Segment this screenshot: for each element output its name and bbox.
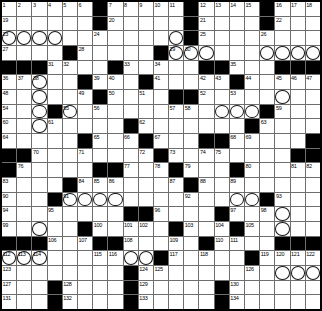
cell-r10c7[interactable]: 65 — [93, 134, 107, 148]
cell-r14c20[interactable] — [291, 193, 305, 207]
cell-r13c21[interactable] — [306, 178, 320, 192]
cell-r4c10[interactable] — [139, 46, 153, 60]
cell-r4c13[interactable]: 30 — [184, 46, 198, 60]
cell-r12c19[interactable] — [275, 163, 289, 177]
cell-r19c1[interactable]: 123 — [2, 266, 16, 280]
cell-r19c18[interactable] — [260, 266, 274, 280]
cell-r13c8[interactable]: 86 — [108, 178, 122, 192]
cell-r13c14[interactable]: 88 — [199, 178, 213, 192]
cell-r18c6[interactable] — [78, 251, 92, 265]
cell-r3c3[interactable] — [32, 31, 46, 45]
cell-r2c10[interactable] — [139, 17, 153, 31]
cell-r3c15[interactable] — [215, 31, 229, 45]
cell-r9c16[interactable] — [230, 119, 244, 133]
cell-r14c13[interactable]: 92 — [184, 193, 198, 207]
cell-r14c6[interactable] — [78, 193, 92, 207]
cell-r16c19[interactable] — [275, 222, 289, 236]
cell-r18c3[interactable]: 114 — [32, 251, 46, 265]
cell-r16c14[interactable] — [199, 222, 213, 236]
cell-r20c3[interactable] — [32, 281, 46, 295]
cell-r5c10[interactable] — [139, 61, 153, 75]
cell-r4c7[interactable] — [93, 46, 107, 60]
cell-r4c20[interactable] — [291, 46, 305, 60]
cell-r20c7[interactable] — [93, 281, 107, 295]
cell-r16c4[interactable] — [48, 222, 62, 236]
cell-r12c5[interactable] — [63, 163, 77, 177]
cell-r16c11[interactable] — [154, 222, 168, 236]
cell-r16c15[interactable]: 104 — [215, 222, 229, 236]
cell-r7c14[interactable]: 52 — [199, 90, 213, 104]
cell-r17c13[interactable] — [184, 237, 198, 251]
cell-r10c8[interactable] — [108, 134, 122, 148]
cell-r10c11[interactable]: 67 — [154, 134, 168, 148]
cell-r20c19[interactable] — [275, 281, 289, 295]
cell-r2c5[interactable] — [63, 17, 77, 31]
cell-r18c12[interactable]: 117 — [169, 251, 183, 265]
cell-r1c19[interactable]: 16 — [275, 2, 289, 16]
cell-r11c18[interactable] — [260, 149, 274, 163]
cell-r9c13[interactable] — [184, 119, 198, 133]
cell-r9c12[interactable] — [169, 119, 183, 133]
cell-r1c20[interactable]: 17 — [291, 2, 305, 16]
cell-r4c15[interactable] — [215, 46, 229, 60]
cell-r19c10[interactable]: 124 — [139, 266, 153, 280]
cell-r6c5[interactable] — [63, 75, 77, 89]
cell-r8c1[interactable]: 54 — [2, 105, 16, 119]
cell-r18c13[interactable] — [184, 251, 198, 265]
cell-r6c11[interactable]: 41 — [154, 75, 168, 89]
cell-r12c9[interactable]: 77 — [124, 163, 138, 177]
cell-r21c7[interactable] — [93, 295, 107, 309]
cell-r4c21[interactable] — [306, 46, 320, 60]
cell-r8c19[interactable]: 59 — [275, 105, 289, 119]
cell-r12c11[interactable]: 78 — [154, 163, 168, 177]
cell-r12c14[interactable] — [199, 163, 213, 177]
cell-r19c3[interactable] — [32, 266, 46, 280]
cell-r20c6[interactable] — [78, 281, 92, 295]
cell-r8c14[interactable] — [199, 105, 213, 119]
cell-r1c5[interactable]: 5 — [63, 2, 77, 16]
cell-r5c12[interactable] — [169, 61, 183, 75]
cell-r14c10[interactable] — [139, 193, 153, 207]
cell-r15c16[interactable]: 97 — [230, 207, 244, 221]
cell-r16c7[interactable]: 100 — [93, 222, 107, 236]
cell-r19c14[interactable] — [199, 266, 213, 280]
cell-r21c1[interactable]: 131 — [2, 295, 16, 309]
cell-r15c12[interactable] — [169, 207, 183, 221]
cell-r13c18[interactable] — [260, 178, 274, 192]
cell-r16c2[interactable] — [17, 222, 31, 236]
cell-r9c2[interactable] — [17, 119, 31, 133]
cell-r1c6[interactable]: 6 — [78, 2, 92, 16]
cell-r12c10[interactable] — [139, 163, 153, 177]
cell-r2c6[interactable] — [78, 17, 92, 31]
cell-r2c11[interactable] — [154, 17, 168, 31]
cell-r3c6[interactable] — [78, 31, 92, 45]
cell-r5c16[interactable]: 35 — [230, 61, 244, 75]
cell-r2c3[interactable] — [32, 17, 46, 31]
cell-r3c5[interactable] — [63, 31, 77, 45]
cell-r21c20[interactable] — [291, 295, 305, 309]
cell-r4c19[interactable] — [275, 46, 289, 60]
cell-r16c21[interactable] — [306, 222, 320, 236]
cell-r21c14[interactable] — [199, 295, 213, 309]
cell-r13c12[interactable]: 87 — [169, 178, 183, 192]
cell-r17c17[interactable] — [245, 237, 259, 251]
cell-r11c14[interactable]: 74 — [199, 149, 213, 163]
cell-r1c4[interactable]: 4 — [48, 2, 62, 16]
cell-r3c18[interactable]: 26 — [260, 31, 274, 45]
cell-r7c15[interactable] — [215, 90, 229, 104]
cell-r15c2[interactable] — [17, 207, 31, 221]
cell-r5c9[interactable]: 33 — [124, 61, 138, 75]
cell-r10c5[interactable] — [63, 134, 77, 148]
cell-r21c11[interactable] — [154, 295, 168, 309]
cell-r4c6[interactable]: 28 — [78, 46, 92, 60]
cell-r8c21[interactable] — [306, 105, 320, 119]
cell-r2c20[interactable] — [291, 17, 305, 31]
cell-r20c17[interactable] — [245, 281, 259, 295]
cell-r10c2[interactable] — [17, 134, 31, 148]
cell-r3c10[interactable] — [139, 31, 153, 45]
cell-r17c5[interactable] — [63, 237, 77, 251]
cell-r13c20[interactable] — [291, 178, 305, 192]
cell-r9c19[interactable] — [275, 119, 289, 133]
cell-r5c6[interactable] — [78, 61, 92, 75]
cell-r1c3[interactable]: 3 — [32, 2, 46, 16]
cell-r19c20[interactable] — [291, 266, 305, 280]
cell-r1c11[interactable]: 10 — [154, 2, 168, 16]
cell-r17c9[interactable]: 108 — [124, 237, 138, 251]
cell-r1c2[interactable]: 2 — [17, 2, 31, 16]
cell-r7c20[interactable] — [291, 90, 305, 104]
cell-r4c16[interactable] — [230, 46, 244, 60]
cell-r6c8[interactable]: 40 — [108, 75, 122, 89]
cell-r9c5[interactable] — [63, 119, 77, 133]
cell-r1c21[interactable]: 18 — [306, 2, 320, 16]
cell-r2c2[interactable] — [17, 17, 31, 31]
cell-r16c13[interactable]: 103 — [184, 222, 198, 236]
cell-r3c7[interactable]: 24 — [93, 31, 107, 45]
cell-r14c11[interactable] — [154, 193, 168, 207]
cell-r11c4[interactable] — [48, 149, 62, 163]
cell-r6c20[interactable]: 46 — [291, 75, 305, 89]
cell-r6c7[interactable]: 39 — [93, 75, 107, 89]
cell-r13c7[interactable]: 85 — [93, 178, 107, 192]
cell-r15c11[interactable]: 96 — [154, 207, 168, 221]
cell-r19c21[interactable] — [306, 266, 320, 280]
cell-r21c3[interactable] — [32, 295, 46, 309]
cell-r21c17[interactable] — [245, 295, 259, 309]
cell-r1c12[interactable]: 11 — [169, 2, 183, 16]
cell-r1c10[interactable]: 9 — [139, 2, 153, 16]
cell-r21c18[interactable] — [260, 295, 274, 309]
cell-r19c16[interactable] — [230, 266, 244, 280]
cell-r20c16[interactable]: 130 — [230, 281, 244, 295]
cell-r14c17[interactable] — [245, 193, 259, 207]
cell-r17c6[interactable]: 107 — [78, 237, 92, 251]
cell-r2c16[interactable] — [230, 17, 244, 31]
cell-r8c15[interactable] — [215, 105, 229, 119]
cell-r12c21[interactable]: 82 — [306, 163, 320, 177]
cell-r13c6[interactable]: 84 — [78, 178, 92, 192]
cell-r9c20[interactable] — [291, 119, 305, 133]
cell-r16c9[interactable]: 101 — [124, 222, 138, 236]
cell-r16c10[interactable]: 102 — [139, 222, 153, 236]
cell-r12c20[interactable]: 81 — [291, 163, 305, 177]
cell-r11c13[interactable] — [184, 149, 198, 163]
cell-r4c3[interactable] — [32, 46, 46, 60]
cell-r20c2[interactable] — [17, 281, 31, 295]
cell-r13c10[interactable] — [139, 178, 153, 192]
cell-r15c3[interactable] — [32, 207, 46, 221]
cell-r18c10[interactable] — [139, 251, 153, 265]
cell-r6c15[interactable]: 43 — [215, 75, 229, 89]
cell-r20c12[interactable] — [169, 281, 183, 295]
cell-r8c2[interactable] — [17, 105, 31, 119]
cell-r6c1[interactable]: 36 — [2, 75, 16, 89]
cell-r11c8[interactable] — [108, 149, 122, 163]
cell-r21c13[interactable] — [184, 295, 198, 309]
cell-r8c3[interactable] — [32, 105, 46, 119]
cell-r15c19[interactable] — [275, 207, 289, 221]
cell-r15c17[interactable] — [245, 207, 259, 221]
cell-r18c21[interactable]: 122 — [306, 251, 320, 265]
cell-r10c3[interactable] — [32, 134, 46, 148]
cell-r3c16[interactable] — [230, 31, 244, 45]
cell-r9c4[interactable]: 61 — [48, 119, 62, 133]
cell-r18c1[interactable]: 112 — [2, 251, 16, 265]
cell-r2c17[interactable] — [245, 17, 259, 31]
cell-r9c21[interactable] — [306, 119, 320, 133]
cell-r10c16[interactable]: 68 — [230, 134, 244, 148]
cell-r10c18[interactable] — [260, 134, 274, 148]
cell-r11c12[interactable]: 73 — [169, 149, 183, 163]
cell-r11c16[interactable] — [230, 149, 244, 163]
cell-r4c4[interactable] — [48, 46, 62, 60]
cell-r7c8[interactable]: 50 — [108, 90, 122, 104]
cell-r8c9[interactable] — [124, 105, 138, 119]
cell-r2c19[interactable]: 22 — [275, 17, 289, 31]
cell-r19c6[interactable] — [78, 266, 92, 280]
cell-r1c1[interactable]: 1 — [2, 2, 16, 16]
cell-r3c21[interactable] — [306, 31, 320, 45]
cell-r13c11[interactable] — [154, 178, 168, 192]
cell-r8c8[interactable] — [108, 105, 122, 119]
cell-r10c19[interactable] — [275, 134, 289, 148]
cell-r10c17[interactable]: 69 — [245, 134, 259, 148]
cell-r17c4[interactable]: 106 — [48, 237, 62, 251]
cell-r19c13[interactable] — [184, 266, 198, 280]
cell-r9c18[interactable]: 63 — [260, 119, 274, 133]
cell-r7c5[interactable] — [63, 90, 77, 104]
cell-r4c12[interactable]: 29 — [169, 46, 183, 60]
cell-r9c1[interactable]: 60 — [2, 119, 16, 133]
cell-r12c6[interactable] — [78, 163, 92, 177]
cell-r4c8[interactable] — [108, 46, 122, 60]
cell-r18c20[interactable]: 121 — [291, 251, 305, 265]
cell-r4c18[interactable] — [260, 46, 274, 60]
cell-r14c3[interactable] — [32, 193, 46, 207]
cell-r21c21[interactable] — [306, 295, 320, 309]
cell-r8c11[interactable] — [154, 105, 168, 119]
cell-r2c21[interactable] — [306, 17, 320, 31]
cell-r17c18[interactable] — [260, 237, 274, 251]
cell-r7c4[interactable] — [48, 90, 62, 104]
cell-r12c3[interactable] — [32, 163, 46, 177]
cell-r3c20[interactable] — [291, 31, 305, 45]
cell-r9c11[interactable] — [154, 119, 168, 133]
cell-r11c5[interactable] — [63, 149, 77, 163]
cell-r10c1[interactable]: 64 — [2, 134, 16, 148]
cell-r3c4[interactable] — [48, 31, 62, 45]
cell-r15c5[interactable] — [63, 207, 77, 221]
cell-r17c12[interactable]: 109 — [169, 237, 183, 251]
cell-r8c16[interactable] — [230, 105, 244, 119]
cell-r14c5[interactable]: 91 — [63, 193, 77, 207]
cell-r7c10[interactable]: 51 — [139, 90, 153, 104]
cell-r14c9[interactable] — [124, 193, 138, 207]
cell-r7c6[interactable]: 49 — [78, 90, 92, 104]
cell-r19c8[interactable] — [108, 266, 122, 280]
cell-r6c2[interactable]: 37 — [17, 75, 31, 89]
cell-r6c9[interactable] — [124, 75, 138, 89]
cell-r3c17[interactable] — [245, 31, 259, 45]
cell-r20c5[interactable]: 128 — [63, 281, 77, 295]
cell-r19c11[interactable]: 125 — [154, 266, 168, 280]
cell-r21c5[interactable]: 132 — [63, 295, 77, 309]
cell-r21c10[interactable]: 133 — [139, 295, 153, 309]
cell-r14c2[interactable] — [17, 193, 31, 207]
cell-r7c1[interactable]: 48 — [2, 90, 16, 104]
cell-r14c15[interactable] — [215, 193, 229, 207]
cell-r16c5[interactable] — [63, 222, 77, 236]
cell-r1c17[interactable]: 15 — [245, 2, 259, 16]
cell-r2c4[interactable] — [48, 17, 62, 31]
cell-r19c12[interactable] — [169, 266, 183, 280]
cell-r5c5[interactable]: 32 — [63, 61, 77, 75]
cell-r8c5[interactable]: 55 — [63, 105, 77, 119]
cell-r5c17[interactable] — [245, 61, 259, 75]
cell-r17c11[interactable] — [154, 237, 168, 251]
cell-r18c14[interactable]: 118 — [199, 251, 213, 265]
cell-r11c19[interactable] — [275, 149, 289, 163]
cell-r6c12[interactable] — [169, 75, 183, 89]
cell-r15c14[interactable] — [199, 207, 213, 221]
cell-r1c14[interactable]: 12 — [199, 2, 213, 16]
cell-r10c20[interactable] — [291, 134, 305, 148]
cell-r4c1[interactable]: 27 — [2, 46, 16, 60]
cell-r20c11[interactable] — [154, 281, 168, 295]
cell-r8c10[interactable] — [139, 105, 153, 119]
cell-r21c12[interactable] — [169, 295, 183, 309]
cell-r14c19[interactable]: 93 — [275, 193, 289, 207]
cell-r19c19[interactable] — [275, 266, 289, 280]
cell-r2c12[interactable] — [169, 17, 183, 31]
cell-r18c4[interactable] — [48, 251, 62, 265]
cell-r15c8[interactable] — [108, 207, 122, 221]
cell-r20c14[interactable] — [199, 281, 213, 295]
cell-r8c6[interactable] — [78, 105, 92, 119]
cell-r10c12[interactable] — [169, 134, 183, 148]
cell-r8c17[interactable] — [245, 105, 259, 119]
cell-r19c17[interactable]: 126 — [245, 266, 259, 280]
cell-r14c1[interactable]: 90 — [2, 193, 16, 207]
cell-r7c16[interactable]: 53 — [230, 90, 244, 104]
cell-r12c18[interactable] — [260, 163, 274, 177]
cell-r11c15[interactable]: 75 — [215, 149, 229, 163]
cell-r7c18[interactable] — [260, 90, 274, 104]
cell-r14c7[interactable] — [93, 193, 107, 207]
cell-r8c20[interactable] — [291, 105, 305, 119]
cell-r9c8[interactable] — [108, 119, 122, 133]
cell-r19c5[interactable] — [63, 266, 77, 280]
cell-r1c15[interactable]: 13 — [215, 2, 229, 16]
cell-r3c1[interactable]: 23 — [2, 31, 16, 45]
cell-r14c14[interactable] — [199, 193, 213, 207]
cell-r13c17[interactable] — [245, 178, 259, 192]
cell-r3c2[interactable] — [17, 31, 31, 45]
cell-r6c19[interactable]: 45 — [275, 75, 289, 89]
cell-r19c2[interactable] — [17, 266, 31, 280]
cell-r6c14[interactable]: 42 — [199, 75, 213, 89]
cell-r11c6[interactable]: 71 — [78, 149, 92, 163]
cell-r2c1[interactable]: 19 — [2, 17, 16, 31]
cell-r10c4[interactable] — [48, 134, 62, 148]
cell-r3c9[interactable] — [124, 31, 138, 45]
cell-r1c9[interactable]: 8 — [124, 2, 138, 16]
cell-r16c1[interactable]: 99 — [2, 222, 16, 236]
cell-r6c3[interactable]: 38 — [32, 75, 46, 89]
cell-r17c16[interactable]: 111 — [230, 237, 244, 251]
cell-r20c20[interactable] — [291, 281, 305, 295]
cell-r7c21[interactable] — [306, 90, 320, 104]
cell-r13c4[interactable] — [48, 178, 62, 192]
cell-r2c8[interactable]: 20 — [108, 17, 122, 31]
cell-r6c21[interactable]: 47 — [306, 75, 320, 89]
cell-r15c13[interactable] — [184, 207, 198, 221]
cell-r18c5[interactable] — [63, 251, 77, 265]
cell-r20c10[interactable]: 129 — [139, 281, 153, 295]
cell-r20c21[interactable] — [306, 281, 320, 295]
cell-r16c18[interactable] — [260, 222, 274, 236]
cell-r19c15[interactable] — [215, 266, 229, 280]
cell-r20c1[interactable]: 127 — [2, 281, 16, 295]
cell-r15c18[interactable]: 98 — [260, 207, 274, 221]
cell-r4c9[interactable] — [124, 46, 138, 60]
cell-r18c15[interactable] — [215, 251, 229, 265]
cell-r3c14[interactable]: 25 — [199, 31, 213, 45]
cell-r4c17[interactable] — [245, 46, 259, 60]
cell-r7c3[interactable] — [32, 90, 46, 104]
cell-r5c4[interactable]: 31 — [48, 61, 62, 75]
cell-r21c8[interactable] — [108, 295, 122, 309]
cell-r13c1[interactable]: 83 — [2, 178, 16, 192]
cell-r7c2[interactable] — [17, 90, 31, 104]
cell-r8c7[interactable]: 56 — [93, 105, 107, 119]
cell-r5c7[interactable] — [93, 61, 107, 75]
cell-r5c18[interactable] — [260, 61, 274, 75]
cell-r12c4[interactable] — [48, 163, 62, 177]
cell-r6c13[interactable] — [184, 75, 198, 89]
cell-r8c13[interactable]: 58 — [184, 105, 198, 119]
cell-r9c3[interactable] — [32, 119, 46, 133]
cell-r8c12[interactable]: 57 — [169, 105, 183, 119]
cell-r10c9[interactable]: 66 — [124, 134, 138, 148]
cell-r15c6[interactable] — [78, 207, 92, 221]
cell-r11c7[interactable] — [93, 149, 107, 163]
cell-r6c18[interactable] — [260, 75, 274, 89]
